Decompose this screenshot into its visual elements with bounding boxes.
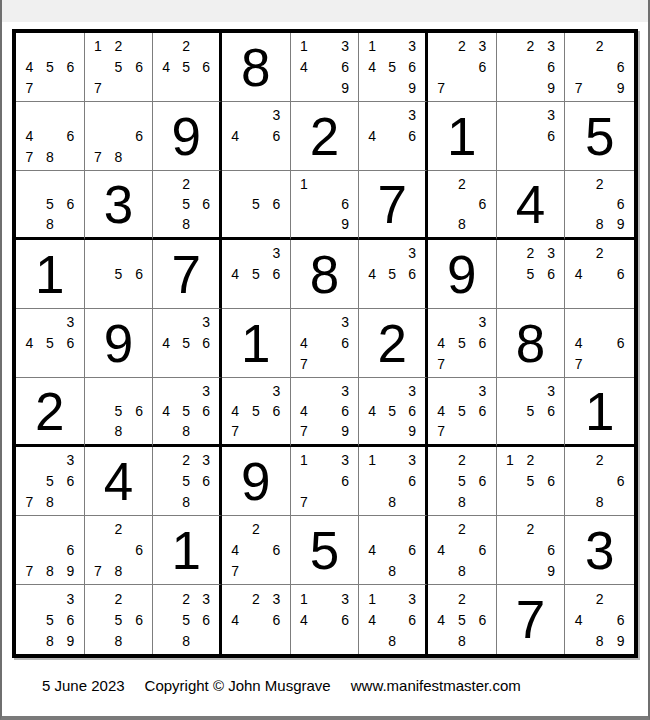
candidate-5: 5 [108,609,129,630]
footer-website: www.manifestmaster.com [351,677,521,694]
cell-value: 1 [447,110,476,163]
cell-value: 2 [35,385,64,438]
candidate-grid: 2678 [88,519,150,581]
candidate-2: 2 [452,450,473,471]
cell-r8c1[interactable]: 6789 [16,516,85,585]
candidate-7: 7 [294,491,315,512]
candidate-6: 6 [402,401,422,421]
cell-value: 7 [171,248,200,301]
candidate-grid: 35678 [19,450,81,512]
candidate-5: 5 [452,471,473,492]
candidate-6: 6 [60,57,81,78]
candidate-8: 8 [382,630,402,651]
cell-r4c6[interactable]: 3456 [359,240,428,309]
candidate-3: 3 [472,312,493,333]
candidate-9: 9 [541,560,562,581]
candidate-6: 6 [402,57,422,78]
candidate-2: 2 [108,36,129,57]
cell-r8c3[interactable]: 1 [153,516,222,585]
cell-r1c1[interactable]: 4567 [16,33,85,102]
cell-r2c4[interactable]: 346 [222,102,291,171]
candidate-grid: 568 [88,381,150,441]
candidate-grid: 2679 [568,36,631,98]
candidate-2: 2 [452,174,473,194]
cell-r5c6[interactable]: 2 [359,309,428,378]
candidate-9: 9 [610,77,631,98]
candidate-grid: 34567 [225,381,287,441]
cell-r9c3[interactable]: 23568 [153,585,222,654]
candidate-6: 6 [129,57,150,78]
candidate-4: 4 [431,401,452,421]
candidate-grid: 34679 [294,381,356,441]
candidate-4: 4 [362,540,382,561]
candidate-5: 5 [40,57,61,78]
candidate-8: 8 [452,491,473,512]
candidate-3: 3 [472,381,493,401]
candidate-grid: 346 [225,105,287,167]
candidate-6: 6 [196,609,216,630]
candidate-5: 5 [246,194,267,214]
candidate-3: 3 [541,381,562,401]
candidate-grid: 1367 [294,450,356,512]
candidate-6: 6 [541,264,562,285]
cell-r4c2[interactable]: 56 [85,240,154,309]
candidate-6: 6 [60,471,81,492]
candidate-6: 6 [196,333,216,354]
candidate-6: 6 [129,126,150,147]
candidate-8: 8 [108,146,129,167]
cell-r6c3[interactable]: 34568 [153,378,222,447]
cell-value: 1 [171,524,200,577]
cell-r9c8[interactable]: 7 [497,585,566,654]
cell-r8c9[interactable]: 3 [565,516,634,585]
candidate-5: 5 [108,57,129,78]
candidate-8: 8 [382,560,402,581]
candidate-grid: 468 [362,519,422,581]
candidate-6: 6 [472,609,493,630]
candidate-8: 8 [176,630,196,651]
candidate-grid: 268 [431,174,493,234]
candidate-grid: 6789 [19,519,81,581]
cell-r9c4[interactable]: 2346 [222,585,291,654]
candidate-grid: 134569 [362,36,422,98]
candidate-6: 6 [335,609,356,630]
candidate-6: 6 [266,194,287,214]
candidate-6: 6 [472,401,493,421]
cell-r1c9[interactable]: 2679 [565,33,634,102]
cell-r6c4[interactable]: 34567 [222,378,291,447]
cell-r4c9[interactable]: 246 [565,240,634,309]
candidate-3: 3 [541,105,562,126]
candidate-2: 2 [589,588,610,609]
candidate-6: 6 [472,57,493,78]
cell-r3c9[interactable]: 2689 [565,171,634,240]
cell-value: 8 [310,248,339,301]
candidate-grid: 3467 [294,312,356,374]
cell-value: 5 [310,524,339,577]
page: 4567125672456813469134569236723692679467… [0,0,650,720]
cell-r1c5[interactable]: 13469 [291,33,360,102]
candidate-5: 5 [176,194,196,214]
cell-value: 7 [516,593,545,646]
cell-value: 9 [171,110,200,163]
cell-r5c7[interactable]: 34567 [428,309,497,378]
candidate-3: 3 [402,588,422,609]
candidate-8: 8 [40,214,61,234]
candidate-3: 3 [196,381,216,401]
cell-value: 3 [104,178,133,231]
cell-r1c3[interactable]: 2456 [153,33,222,102]
candidate-3: 3 [335,36,356,57]
cell-r3c4[interactable]: 56 [222,171,291,240]
cell-r9c1[interactable]: 35689 [16,585,85,654]
cell-value: 4 [516,178,545,231]
candidate-4: 4 [294,57,315,78]
cell-r5c4[interactable]: 1 [222,309,291,378]
cell-r3c2[interactable]: 3 [85,171,154,240]
cell-r5c9[interactable]: 467 [565,309,634,378]
candidate-5: 5 [520,471,541,492]
cell-r3c6[interactable]: 7 [359,171,428,240]
candidate-grid: 3456 [362,243,422,305]
candidate-3: 3 [402,381,422,401]
candidate-6: 6 [335,194,356,214]
cell-r6c7[interactable]: 34567 [428,378,497,447]
candidate-7: 7 [294,421,315,441]
candidate-7: 7 [19,560,40,581]
cell-r8c6[interactable]: 468 [359,516,428,585]
candidate-grid: 34567 [431,381,493,441]
candidate-2: 2 [176,36,196,57]
candidate-5: 5 [176,401,196,421]
candidate-3: 3 [335,588,356,609]
candidate-2: 2 [520,36,541,57]
cell-r6c1[interactable]: 2 [16,378,85,447]
cell-r7c7[interactable]: 2568 [428,447,497,516]
candidate-2: 2 [108,519,129,540]
candidate-2: 2 [246,588,267,609]
cell-r4c1[interactable]: 1 [16,240,85,309]
candidate-3: 3 [60,450,81,471]
top-strip [2,0,648,22]
candidate-1: 1 [362,36,382,57]
cell-r2c5[interactable]: 2 [291,102,360,171]
candidate-5: 5 [40,194,61,214]
cell-r5c2[interactable]: 9 [85,309,154,378]
candidate-6: 6 [266,609,287,630]
cell-r4c4[interactable]: 3456 [222,240,291,309]
candidate-4: 4 [294,401,315,421]
candidate-4: 4 [225,609,246,630]
candidate-6: 6 [541,57,562,78]
cell-r5c3[interactable]: 3456 [153,309,222,378]
candidate-2: 2 [176,588,196,609]
candidate-grid: 2467 [225,519,287,581]
candidate-9: 9 [335,421,356,441]
candidate-4: 4 [156,57,176,78]
candidate-5: 5 [176,57,196,78]
candidate-8: 8 [40,630,61,651]
candidate-6: 6 [472,471,493,492]
candidate-6: 6 [196,194,216,214]
candidate-6: 6 [610,194,631,214]
candidate-2: 2 [589,450,610,471]
candidate-grid: 3456 [156,312,216,374]
candidate-6: 6 [541,540,562,561]
cell-r7c6[interactable]: 1368 [359,447,428,516]
candidate-3: 3 [60,588,81,609]
cell-value: 9 [241,455,270,508]
cell-r7c5[interactable]: 1367 [291,447,360,516]
candidate-5: 5 [108,264,129,285]
candidate-3: 3 [335,450,356,471]
candidate-6: 6 [610,264,631,285]
candidate-6: 6 [402,609,422,630]
cell-r1c2[interactable]: 12567 [85,33,154,102]
cell-value: 1 [585,385,614,438]
sudoku-board: 4567125672456813469134569236723692679467… [12,29,638,658]
candidate-6: 6 [610,333,631,354]
candidate-6: 6 [129,609,150,630]
cell-r4c7[interactable]: 9 [428,240,497,309]
cell-r9c6[interactable]: 13468 [359,585,428,654]
candidate-3: 3 [266,381,287,401]
candidate-grid: 2568 [156,174,216,234]
cell-r7c4[interactable]: 9 [222,447,291,516]
cell-r7c3[interactable]: 23568 [153,447,222,516]
candidate-3: 3 [402,243,422,264]
candidate-grid: 13468 [362,588,422,651]
candidate-4: 4 [156,333,176,354]
cell-r3c1[interactable]: 568 [16,171,85,240]
candidate-3: 3 [266,243,287,264]
cell-value: 2 [377,317,406,370]
cell-r5c8[interactable]: 8 [497,309,566,378]
candidate-grid: 467 [568,312,631,374]
cell-r5c5[interactable]: 3467 [291,309,360,378]
candidate-5: 5 [40,471,61,492]
candidate-grid: 23568 [156,588,216,651]
cell-r7c8[interactable]: 1256 [497,447,566,516]
candidate-1: 1 [362,450,382,471]
candidate-9: 9 [402,421,422,441]
cell-r4c3[interactable]: 7 [153,240,222,309]
candidate-4: 4 [431,540,452,561]
cell-r4c8[interactable]: 2356 [497,240,566,309]
candidate-4: 4 [568,609,589,630]
candidate-2: 2 [108,588,129,609]
cell-value: 3 [585,524,614,577]
candidate-5: 5 [520,401,541,421]
candidate-1: 1 [88,36,109,57]
candidate-8: 8 [452,560,473,581]
candidate-7: 7 [431,421,452,441]
candidate-grid: 34567 [431,312,493,374]
candidate-4: 4 [225,126,246,147]
cell-r2c8[interactable]: 36 [497,102,566,171]
candidate-1: 1 [294,450,315,471]
candidate-4: 4 [362,264,382,285]
cell-r8c8[interactable]: 269 [497,516,566,585]
candidate-7: 7 [19,146,40,167]
candidate-4: 4 [362,57,382,78]
candidate-4: 4 [294,609,315,630]
candidate-6: 6 [196,471,216,492]
cell-r2c2[interactable]: 678 [85,102,154,171]
candidate-grid: 34568 [156,381,216,441]
candidate-grid: 1368 [362,450,422,512]
candidate-grid: 2456 [156,36,216,98]
candidate-grid: 2468 [431,519,493,581]
candidate-4: 4 [362,126,382,147]
candidate-3: 3 [266,105,287,126]
candidate-grid: 4678 [19,105,81,167]
cell-r6c6[interactable]: 34569 [359,378,428,447]
candidate-grid: 56 [225,174,287,234]
cell-r1c4[interactable]: 8 [222,33,291,102]
candidate-9: 9 [541,77,562,98]
candidate-5: 5 [452,333,473,354]
candidate-grid: 2568 [431,450,493,512]
candidate-6: 6 [60,194,81,214]
candidate-6: 6 [472,333,493,354]
cell-r6c9[interactable]: 1 [565,378,634,447]
cell-value: 1 [241,317,270,370]
candidate-6: 6 [129,264,150,285]
candidate-4: 4 [431,333,452,354]
candidate-grid: 2568 [88,588,150,651]
cell-r3c5[interactable]: 169 [291,171,360,240]
candidate-grid: 2367 [431,36,493,98]
candidate-6: 6 [60,540,81,561]
cell-r7c1[interactable]: 35678 [16,447,85,516]
candidate-8: 8 [40,560,61,581]
candidate-5: 5 [40,609,61,630]
candidate-4: 4 [568,264,589,285]
cell-r2c7[interactable]: 1 [428,102,497,171]
candidate-6: 6 [266,126,287,147]
cell-r9c7[interactable]: 24568 [428,585,497,654]
candidate-6: 6 [60,609,81,630]
candidate-3: 3 [196,450,216,471]
candidate-2: 2 [520,519,541,540]
candidate-grid: 4567 [19,36,81,98]
cell-r9c9[interactable]: 24689 [565,585,634,654]
cell-r1c6[interactable]: 134569 [359,33,428,102]
candidate-4: 4 [225,540,246,561]
candidate-1: 1 [294,174,315,194]
candidate-4: 4 [431,609,452,630]
cell-r7c9[interactable]: 268 [565,447,634,516]
candidate-4: 4 [156,401,176,421]
candidate-7: 7 [88,560,109,581]
candidate-3: 3 [196,588,216,609]
candidate-6: 6 [610,609,631,630]
candidate-2: 2 [452,519,473,540]
candidate-8: 8 [108,421,129,441]
cell-r3c3[interactable]: 2568 [153,171,222,240]
candidate-6: 6 [402,540,422,561]
candidate-7: 7 [88,146,109,167]
cell-r9c2[interactable]: 2568 [85,585,154,654]
candidate-grid: 56 [88,243,150,305]
candidate-9: 9 [610,630,631,651]
candidate-grid: 2356 [500,243,562,305]
candidate-2: 2 [176,450,196,471]
candidate-7: 7 [225,560,246,581]
candidate-5: 5 [108,401,129,421]
candidate-8: 8 [452,214,473,234]
cell-r7c2[interactable]: 4 [85,447,154,516]
cell-r6c2[interactable]: 568 [85,378,154,447]
cell-r6c5[interactable]: 34679 [291,378,360,447]
candidate-4: 4 [19,333,40,354]
candidate-2: 2 [589,36,610,57]
cell-r5c1[interactable]: 3456 [16,309,85,378]
candidate-grid: 3456 [225,243,287,305]
candidate-6: 6 [541,471,562,492]
cell-r2c9[interactable]: 5 [565,102,634,171]
cell-value: 1 [35,248,64,301]
candidate-3: 3 [402,36,422,57]
candidate-6: 6 [402,126,422,147]
cell-r8c2[interactable]: 2678 [85,516,154,585]
candidate-6: 6 [472,540,493,561]
candidate-3: 3 [541,36,562,57]
candidate-grid: 2369 [500,36,562,98]
candidate-4: 4 [362,401,382,421]
cell-r2c1[interactable]: 4678 [16,102,85,171]
cell-r8c5[interactable]: 5 [291,516,360,585]
candidate-grid: 2689 [568,174,631,234]
candidate-2: 2 [520,243,541,264]
candidate-6: 6 [266,264,287,285]
candidate-9: 9 [335,214,356,234]
candidate-3: 3 [196,312,216,333]
candidate-4: 4 [225,264,246,285]
candidate-5: 5 [176,609,196,630]
candidate-6: 6 [60,126,81,147]
cell-r9c5[interactable]: 1346 [291,585,360,654]
candidate-5: 5 [176,333,196,354]
cell-r4c5[interactable]: 8 [291,240,360,309]
candidate-6: 6 [60,333,81,354]
cell-r2c3[interactable]: 9 [153,102,222,171]
cell-r8c4[interactable]: 2467 [222,516,291,585]
candidate-5: 5 [176,471,196,492]
candidate-3: 3 [472,36,493,57]
candidate-2: 2 [589,174,610,194]
candidate-8: 8 [176,491,196,512]
candidate-8: 8 [40,491,61,512]
cell-r3c8[interactable]: 4 [497,171,566,240]
cell-r8c7[interactable]: 2468 [428,516,497,585]
cell-r1c8[interactable]: 2369 [497,33,566,102]
candidate-5: 5 [382,264,402,285]
candidate-8: 8 [382,491,402,512]
candidate-grid: 3456 [19,312,81,374]
candidate-4: 4 [294,333,315,354]
candidate-grid: 169 [294,174,356,234]
candidate-9: 9 [335,77,356,98]
candidate-grid: 35689 [19,588,81,651]
candidate-6: 6 [129,401,150,421]
cell-r2c6[interactable]: 346 [359,102,428,171]
cell-r3c7[interactable]: 268 [428,171,497,240]
cell-r6c8[interactable]: 356 [497,378,566,447]
cell-r1c7[interactable]: 2367 [428,33,497,102]
candidate-1: 1 [500,450,521,471]
